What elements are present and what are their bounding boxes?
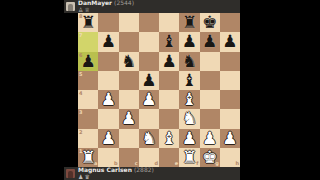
square-b3[interactable] — [98, 109, 118, 128]
chess-board: 8♜♜♚7♟♝♟♟♟6♟♞♟♞5♟♝4♟♟♝3♟♞2♟♞♝♟♟♟1a♜bcdef… — [78, 13, 240, 167]
black-pawn[interactable]: ♟ — [220, 32, 240, 51]
square-f3[interactable]: ♞ — [179, 109, 199, 128]
white-pawn[interactable]: ♟ — [179, 129, 199, 148]
square-a2[interactable]: 2 — [78, 129, 98, 148]
white-bishop[interactable]: ♝ — [159, 129, 179, 148]
rank-label-2: 2 — [79, 130, 82, 135]
square-a6[interactable]: 6♟ — [78, 52, 98, 71]
square-c8[interactable] — [119, 13, 139, 32]
square-e7[interactable]: ♝ — [159, 32, 179, 51]
square-f7[interactable]: ♟ — [179, 32, 199, 51]
square-h1[interactable]: h — [220, 148, 240, 167]
rank-label-3: 3 — [79, 110, 82, 115]
white-pawn[interactable]: ♟ — [98, 129, 118, 148]
square-a4[interactable]: 4 — [78, 90, 98, 109]
square-f4[interactable]: ♝ — [179, 90, 199, 109]
white-pawn[interactable]: ♟ — [119, 109, 139, 128]
square-a5[interactable]: 5 — [78, 71, 98, 90]
square-f8[interactable]: ♜ — [179, 13, 199, 32]
black-rook[interactable]: ♜ — [179, 13, 199, 32]
square-c2[interactable] — [119, 129, 139, 148]
square-e5[interactable] — [159, 71, 179, 90]
black-knight[interactable]: ♞ — [179, 52, 199, 71]
file-label-h: h — [235, 161, 239, 166]
bottom-player-bar: Magnus Carlsen(2882) ♟♛ — [64, 167, 240, 180]
square-g5[interactable] — [200, 71, 220, 90]
square-d3[interactable] — [139, 109, 159, 128]
white-pawn[interactable]: ♟ — [139, 90, 159, 109]
square-h2[interactable]: ♟ — [220, 129, 240, 148]
black-pawn[interactable]: ♟ — [78, 52, 98, 71]
white-rook[interactable]: ♜ — [179, 148, 199, 167]
square-b6[interactable] — [98, 52, 118, 71]
square-d1[interactable]: d — [139, 148, 159, 167]
white-pawn[interactable]: ♟ — [220, 129, 240, 148]
bottom-player-captured-pieces: ♟♛ — [78, 173, 154, 180]
square-g4[interactable] — [200, 90, 220, 109]
square-h5[interactable] — [220, 71, 240, 90]
square-h3[interactable] — [220, 109, 240, 128]
square-g1[interactable]: g♚ — [200, 148, 220, 167]
square-g8[interactable]: ♚ — [200, 13, 220, 32]
square-h7[interactable]: ♟ — [220, 32, 240, 51]
app-window: DanMayer(2544) ♙♕ 8♜♜♚7♟♝♟♟♟6♟♞♟♞5♟♝4♟♟♝… — [0, 0, 320, 180]
square-e6[interactable]: ♟ — [159, 52, 179, 71]
square-f1[interactable]: f♜ — [179, 148, 199, 167]
white-knight[interactable]: ♞ — [179, 109, 199, 128]
black-pawn[interactable]: ♟ — [159, 52, 179, 71]
square-b7[interactable]: ♟ — [98, 32, 118, 51]
square-d2[interactable]: ♞ — [139, 129, 159, 148]
file-label-e: e — [175, 161, 178, 166]
square-d5[interactable]: ♟ — [139, 71, 159, 90]
bottom-player-rating: (2882) — [134, 166, 154, 173]
top-player-bar: DanMayer(2544) ♙♕ — [64, 0, 240, 13]
square-c4[interactable] — [119, 90, 139, 109]
rank-label-7: 7 — [79, 33, 82, 38]
square-b5[interactable] — [98, 71, 118, 90]
black-rook[interactable]: ♜ — [78, 13, 98, 32]
square-c5[interactable] — [119, 71, 139, 90]
square-h6[interactable] — [220, 52, 240, 71]
square-d6[interactable] — [139, 52, 159, 71]
square-g2[interactable]: ♟ — [200, 129, 220, 148]
black-knight[interactable]: ♞ — [119, 52, 139, 71]
square-a8[interactable]: 8♜ — [78, 13, 98, 32]
rank-label-5: 5 — [79, 72, 82, 77]
square-g6[interactable] — [200, 52, 220, 71]
file-label-d: d — [154, 161, 158, 166]
bottom-player-name[interactable]: Magnus Carlsen — [78, 166, 132, 173]
square-e1[interactable]: e — [159, 148, 179, 167]
square-g7[interactable]: ♟ — [200, 32, 220, 51]
square-b1[interactable]: b — [98, 148, 118, 167]
black-bishop[interactable]: ♝ — [179, 71, 199, 90]
bottom-player-avatar[interactable] — [66, 169, 75, 178]
white-knight[interactable]: ♞ — [139, 129, 159, 148]
rank-label-4: 4 — [79, 91, 82, 96]
square-c6[interactable]: ♞ — [119, 52, 139, 71]
black-pawn[interactable]: ♟ — [179, 32, 199, 51]
square-d8[interactable] — [139, 13, 159, 32]
square-d4[interactable]: ♟ — [139, 90, 159, 109]
square-f6[interactable]: ♞ — [179, 52, 199, 71]
square-e8[interactable] — [159, 13, 179, 32]
bottom-player-info: Magnus Carlsen(2882) ♟♛ — [78, 167, 154, 180]
black-pawn[interactable]: ♟ — [98, 32, 118, 51]
square-b4[interactable]: ♟ — [98, 90, 118, 109]
square-f2[interactable]: ♟ — [179, 129, 199, 148]
square-c7[interactable] — [119, 32, 139, 51]
square-e4[interactable] — [159, 90, 179, 109]
white-king[interactable]: ♚ — [200, 148, 220, 167]
black-bishop[interactable]: ♝ — [159, 32, 179, 51]
square-a3[interactable]: 3 — [78, 109, 98, 128]
white-pawn[interactable]: ♟ — [200, 129, 220, 148]
square-h8[interactable] — [220, 13, 240, 32]
square-a7[interactable]: 7 — [78, 32, 98, 51]
square-b8[interactable] — [98, 13, 118, 32]
top-player-avatar[interactable] — [66, 2, 75, 11]
square-b2[interactable]: ♟ — [98, 129, 118, 148]
square-e3[interactable] — [159, 109, 179, 128]
square-e2[interactable]: ♝ — [159, 129, 179, 148]
white-bishop[interactable]: ♝ — [179, 90, 199, 109]
black-pawn[interactable]: ♟ — [200, 32, 220, 51]
square-c1[interactable]: c — [119, 148, 139, 167]
square-c3[interactable]: ♟ — [119, 109, 139, 128]
square-h4[interactable] — [220, 90, 240, 109]
square-a1[interactable]: 1a♜ — [78, 148, 98, 167]
white-rook[interactable]: ♜ — [78, 148, 98, 167]
square-f5[interactable]: ♝ — [179, 71, 199, 90]
black-pawn[interactable]: ♟ — [139, 71, 159, 90]
top-player-info: DanMayer(2544) ♙♕ — [78, 0, 134, 13]
black-king[interactable]: ♚ — [200, 13, 220, 32]
square-d7[interactable] — [139, 32, 159, 51]
white-pawn[interactable]: ♟ — [98, 90, 118, 109]
square-g3[interactable] — [200, 109, 220, 128]
